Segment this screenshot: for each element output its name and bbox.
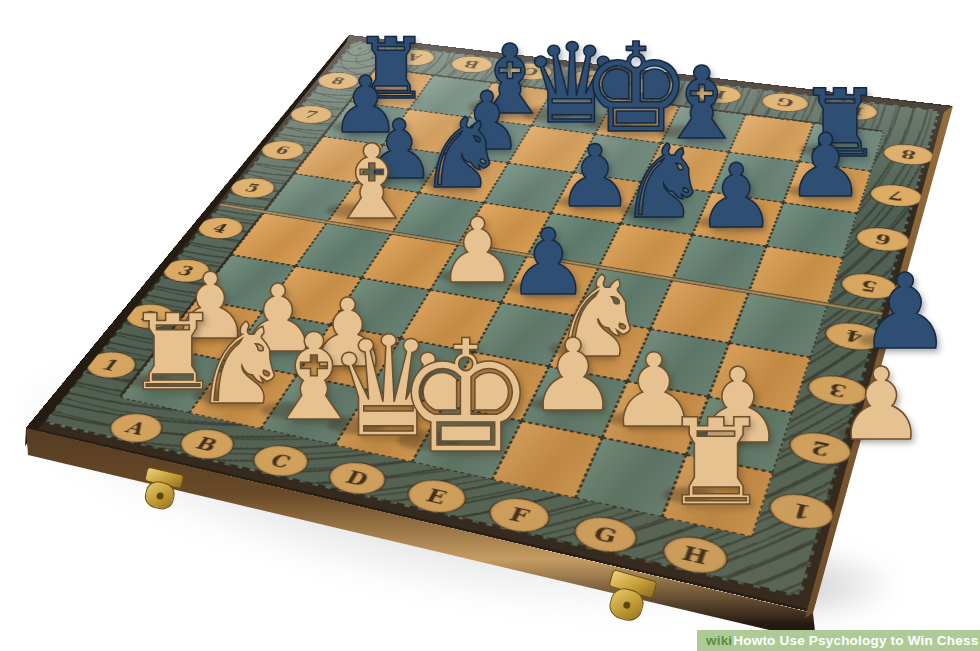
wikihow-logo-how: How — [733, 633, 762, 648]
piece-black-knight-c6: ♞ — [419, 106, 506, 203]
captured-piece-white-pawn: ♟ — [836, 355, 926, 455]
piece-black-pawn-g6: ♟ — [697, 153, 776, 242]
piece-white-king-e1: ♚ — [396, 320, 535, 476]
piece-white-bishop-b5: ♝ — [326, 131, 418, 234]
piece-white-rook-h1: ♜ — [662, 403, 770, 523]
piece-white-pawn-f2: ♟ — [528, 326, 618, 426]
wikihow-logo-wiki: wiki — [706, 633, 732, 648]
piece-black-pawn-h7: ♟ — [787, 123, 865, 210]
watermark-title: to Use Psychology to Win Chess Games — [762, 633, 980, 648]
photo-scene: AABBCCDDEEFFGGHH1122334455667788 ♜♝♛♚♝♜♟… — [0, 0, 980, 651]
piece-white-pawn-d4: ♟ — [437, 206, 518, 296]
wikihow-watermark: wikiHow to Use Psychology to Win Chess G… — [697, 630, 980, 651]
